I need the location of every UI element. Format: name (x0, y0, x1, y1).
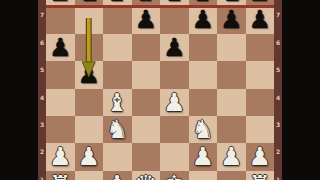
square-c1: ♝ (103, 171, 132, 180)
square-e6: ♟ (160, 34, 189, 61)
rank-label-2-right: 2 (274, 148, 282, 155)
square-a4 (46, 89, 75, 116)
square-d3 (132, 116, 161, 143)
rank-label-7-right: 7 (274, 11, 282, 18)
white-knight-c3: ♞ (106, 116, 128, 143)
square-e2 (160, 143, 189, 170)
rank-label-6-right: 6 (274, 39, 282, 46)
square-g6 (217, 34, 246, 61)
square-a2: ♟ (46, 143, 75, 170)
rank-label-4-right: 4 (274, 94, 282, 101)
square-a6: ♟ (46, 34, 75, 61)
video-frame: ♜♞♝♛♚♝♞♜♟♟♟♟♟♟♟♝♟♞♞♟♟♟♟♟♜♝♛♚♜ 8877665544… (0, 0, 320, 180)
square-g5 (217, 61, 246, 88)
black-pawn-a6: ♟ (49, 34, 71, 61)
rank-label-3-right: 3 (274, 121, 282, 128)
black-pawn-d7: ♟ (135, 6, 157, 33)
white-pawn-f2: ♟ (192, 143, 214, 170)
rank-label-5-left: 5 (38, 66, 46, 73)
square-g7: ♟ (217, 6, 246, 33)
square-e4: ♟ (160, 89, 189, 116)
square-g1 (217, 171, 246, 180)
square-b2: ♟ (75, 143, 104, 170)
square-g2: ♟ (217, 143, 246, 170)
white-rook-a1: ♜ (49, 171, 71, 180)
square-d6 (132, 34, 161, 61)
white-rook-h1: ♜ (249, 171, 271, 180)
black-pawn-e6: ♟ (163, 34, 185, 61)
square-a3 (46, 116, 75, 143)
square-h6 (246, 34, 275, 61)
square-h4 (246, 89, 275, 116)
square-f2: ♟ (189, 143, 218, 170)
square-f5 (189, 61, 218, 88)
square-f3: ♞ (189, 116, 218, 143)
square-h5 (246, 61, 275, 88)
white-pawn-a2: ♟ (49, 143, 71, 170)
board-grid: ♜♞♝♛♚♝♞♜♟♟♟♟♟♟♟♝♟♞♞♟♟♟♟♟♜♝♛♚♜ (46, 0, 274, 180)
square-g3 (217, 116, 246, 143)
square-c5 (103, 61, 132, 88)
black-pawn-b5: ♟ (78, 61, 100, 88)
square-b7 (75, 6, 104, 33)
rank-label-6-left: 6 (38, 39, 46, 46)
white-bishop-c1: ♝ (106, 171, 128, 180)
rank8-bottom-red-line (46, 5, 274, 8)
black-pawn-g7: ♟ (220, 6, 242, 33)
square-f4 (189, 89, 218, 116)
square-h1: ♜ (246, 171, 275, 180)
square-a7 (46, 6, 75, 33)
square-f1 (189, 171, 218, 180)
square-c4: ♝ (103, 89, 132, 116)
white-bishop-c4: ♝ (106, 89, 128, 116)
square-c3: ♞ (103, 116, 132, 143)
square-d1: ♛ (132, 171, 161, 180)
square-c7 (103, 6, 132, 33)
white-queen-d1: ♛ (135, 171, 157, 180)
white-king-e1: ♚ (163, 171, 185, 180)
square-d4 (132, 89, 161, 116)
black-pawn-h7: ♟ (249, 6, 271, 33)
white-knight-f3: ♞ (192, 116, 214, 143)
black-pawn-f7: ♟ (192, 6, 214, 33)
square-f7: ♟ (189, 6, 218, 33)
white-pawn-g2: ♟ (220, 143, 242, 170)
square-c6 (103, 34, 132, 61)
square-d2 (132, 143, 161, 170)
rank-label-3-left: 3 (38, 121, 46, 128)
square-d5 (132, 61, 161, 88)
rank-label-4-left: 4 (38, 94, 46, 101)
rank-label-1-right: 1 (274, 176, 282, 180)
square-b1 (75, 171, 104, 180)
square-g4 (217, 89, 246, 116)
square-e3 (160, 116, 189, 143)
square-h2: ♟ (246, 143, 275, 170)
rank-label-2-left: 2 (38, 148, 46, 155)
chess-board: ♜♞♝♛♚♝♞♜♟♟♟♟♟♟♟♝♟♞♞♟♟♟♟♟♜♝♛♚♜ 8877665544… (38, 0, 282, 180)
rank-label-5-right: 5 (274, 66, 282, 73)
rank-label-7-left: 7 (38, 11, 46, 18)
square-e7 (160, 6, 189, 33)
square-e1: ♚ (160, 171, 189, 180)
square-h3 (246, 116, 275, 143)
square-b5: ♟ (75, 61, 104, 88)
rank-label-1-left: 1 (38, 176, 46, 180)
square-f6 (189, 34, 218, 61)
white-pawn-h2: ♟ (249, 143, 271, 170)
square-d7: ♟ (132, 6, 161, 33)
square-b6 (75, 34, 104, 61)
square-a5 (46, 61, 75, 88)
white-pawn-b2: ♟ (78, 143, 100, 170)
square-c2 (103, 143, 132, 170)
square-e5 (160, 61, 189, 88)
square-b3 (75, 116, 104, 143)
white-pawn-e4: ♟ (163, 89, 185, 116)
square-b4 (75, 89, 104, 116)
square-h7: ♟ (246, 6, 275, 33)
square-a1: ♜ (46, 171, 75, 180)
